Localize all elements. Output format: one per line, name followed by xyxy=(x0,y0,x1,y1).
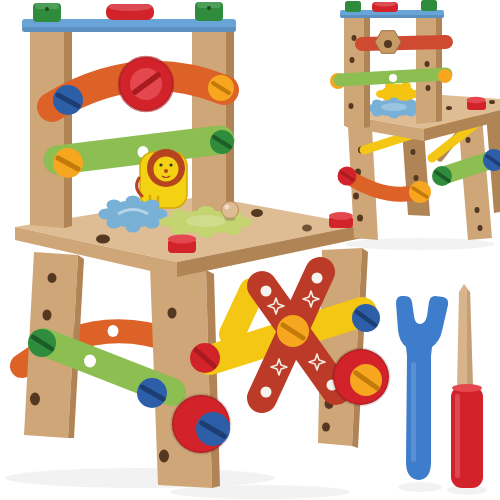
floor-shadow xyxy=(398,482,442,492)
knob-red-right xyxy=(329,212,353,228)
screwdriver-shaft xyxy=(457,284,473,388)
floor-shadow xyxy=(345,238,495,250)
screw-red-large xyxy=(119,57,173,111)
rail-cap-center-red xyxy=(106,3,154,20)
rail-cap-left xyxy=(33,3,61,22)
screw-orange-backrest xyxy=(208,75,234,101)
screw-green-backrest-right xyxy=(210,130,234,154)
floor-shadow xyxy=(5,468,275,488)
small-chair xyxy=(330,0,500,250)
disc-nut-front xyxy=(172,395,230,453)
screw-green xyxy=(28,329,56,357)
gear-blue xyxy=(99,196,168,233)
screwdriver xyxy=(447,284,487,495)
backrest-slat-green xyxy=(58,140,220,160)
back-post-left xyxy=(344,16,370,128)
rail-cap-right xyxy=(195,2,223,21)
knob-red-front xyxy=(168,235,196,254)
leg-inner-left xyxy=(402,130,430,216)
rail-cap-left xyxy=(345,1,361,12)
screw-blue xyxy=(137,378,167,408)
rail-cap-center-red xyxy=(372,2,398,13)
disc-nut-right xyxy=(333,349,389,405)
wrench xyxy=(396,296,448,492)
lower-slat-yellow-2 xyxy=(232,291,252,334)
wrench-body xyxy=(396,296,448,480)
backrest-left-post xyxy=(30,26,72,228)
backrest-right-post xyxy=(192,26,234,216)
screw-blue xyxy=(352,304,380,332)
knob-red xyxy=(467,97,487,110)
screw-orange-center xyxy=(277,315,309,347)
toy-chair-scene xyxy=(0,0,500,500)
screw-blue-backrest xyxy=(53,85,83,115)
product-photo xyxy=(0,0,500,500)
rail-cap-right xyxy=(421,0,437,11)
screw-red xyxy=(190,343,220,373)
screw-orange-backrest-left xyxy=(53,148,83,178)
gear-blue-small xyxy=(365,98,423,119)
lion-figure xyxy=(137,149,187,208)
screwdriver-handle xyxy=(451,384,483,488)
